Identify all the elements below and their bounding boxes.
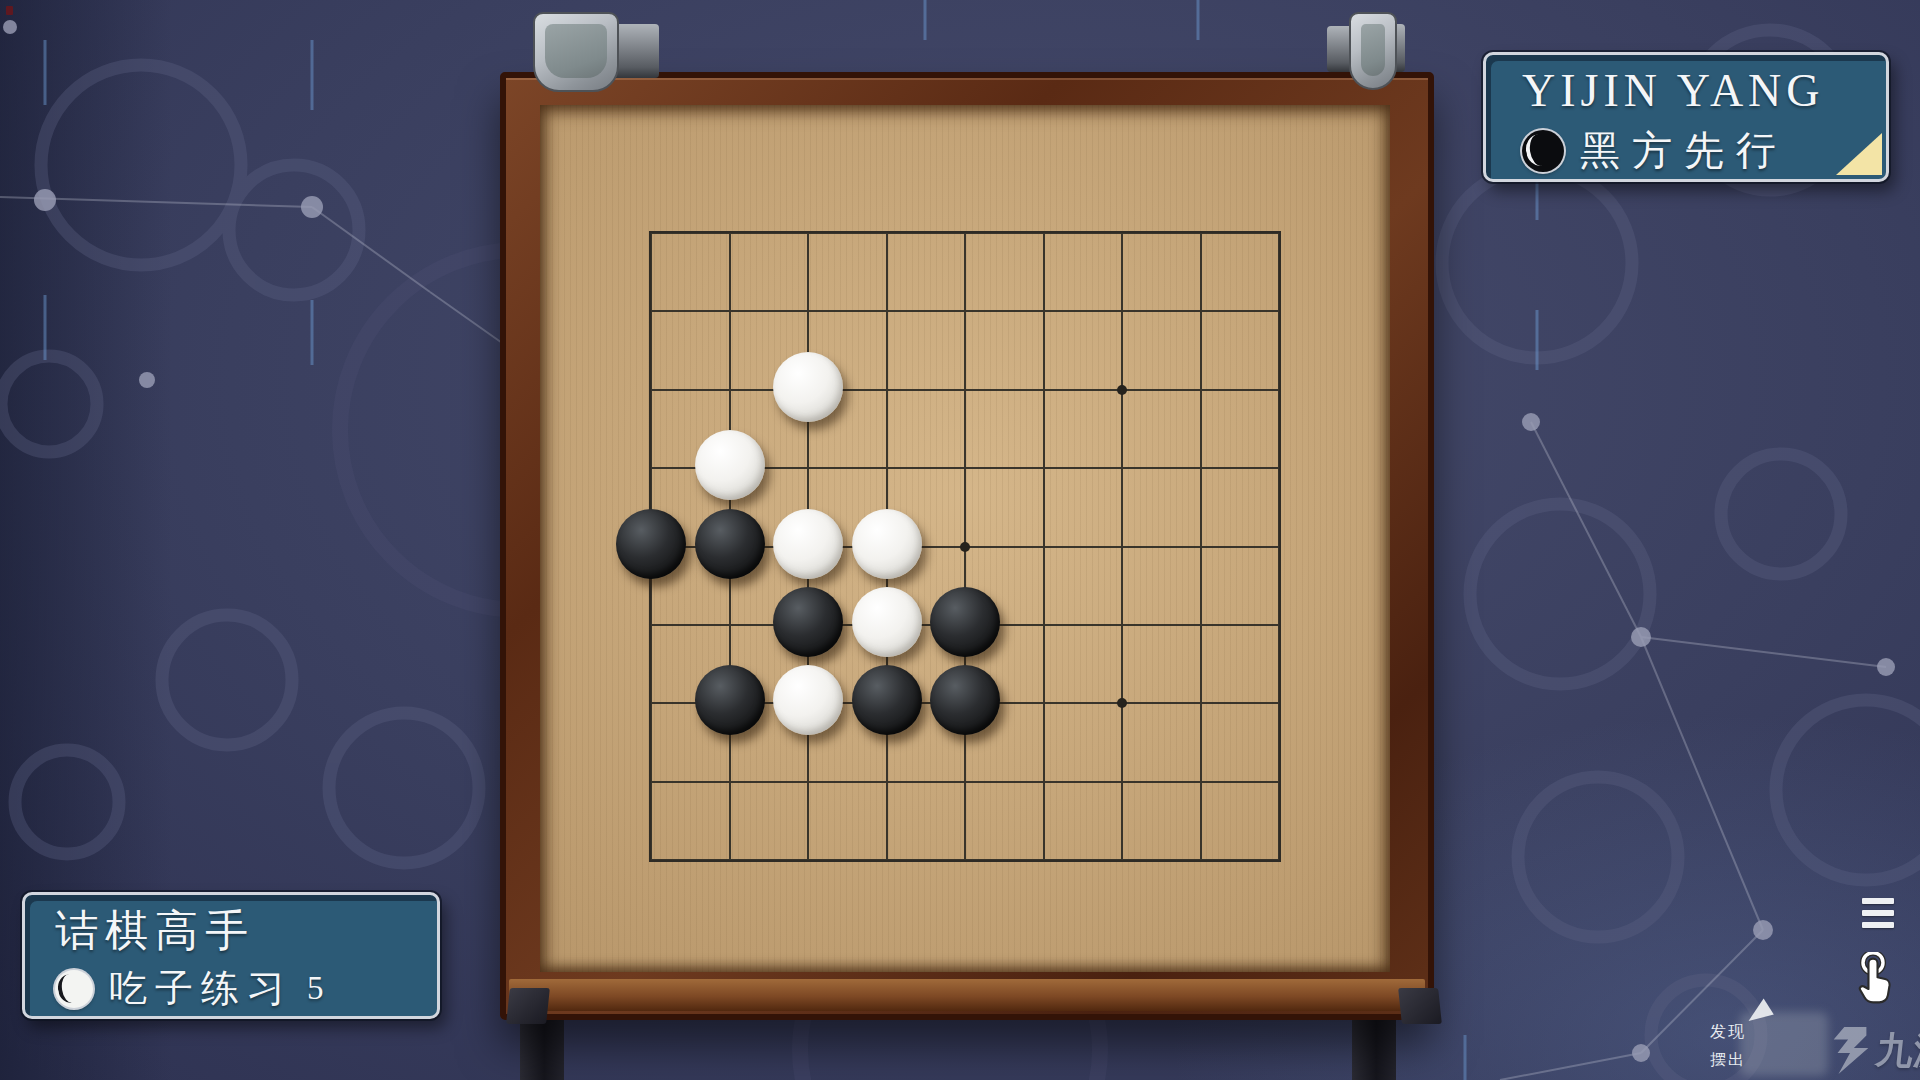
clamp-pad: [1361, 24, 1385, 76]
board-cell: [965, 311, 1044, 389]
board-cell: [1201, 233, 1280, 311]
white-stone: [852, 587, 922, 657]
board-cell: [1044, 390, 1123, 468]
menu-bar: [1862, 922, 1894, 928]
board-cell: [887, 390, 966, 468]
white-stone: [695, 430, 765, 500]
turn-indicator-label: 黑方先行: [1580, 123, 1788, 178]
board-cell: [730, 782, 809, 860]
black-stone: [773, 587, 843, 657]
corner-dot: [6, 6, 13, 15]
board-surface: [540, 105, 1390, 972]
board-cell: [1201, 703, 1280, 781]
clamp-right-icon: [1327, 8, 1405, 90]
white-stone: [773, 509, 843, 579]
clamp-left-icon: [533, 6, 661, 92]
board-cell: [1122, 233, 1201, 311]
board-cell: [887, 311, 966, 389]
board-cell: [1201, 311, 1280, 389]
board-cell: [1122, 547, 1201, 625]
hamburger-menu-icon[interactable]: [1862, 898, 1894, 928]
board-cell: [1122, 311, 1201, 389]
watermark-text: 九游: [1873, 1026, 1920, 1076]
clamp-side-piece: [613, 24, 659, 78]
board-cell: [1044, 547, 1123, 625]
board-cell: [651, 233, 730, 311]
puzzle-number: 5: [307, 970, 324, 1007]
board-cell: [1122, 625, 1201, 703]
menu-bar: [1862, 910, 1894, 916]
board-cell: [1122, 390, 1201, 468]
board-cell: [808, 782, 887, 860]
black-stone: [616, 509, 686, 579]
board-cell: [965, 468, 1044, 546]
clamp-pad: [545, 24, 607, 78]
board-grid[interactable]: [649, 231, 1281, 862]
app-window: YIJIN YANG 黑方先行 诘棋高手 吃子练习 5 发现 摆出 九游: [0, 0, 1920, 1080]
black-stone: [695, 665, 765, 735]
board-cell: [651, 782, 730, 860]
jiuyou-logo-icon: [1830, 1026, 1872, 1076]
leg-bracket-right: [1398, 988, 1442, 1024]
player-name: YIJIN YANG: [1522, 63, 1862, 119]
board-cell: [1044, 311, 1123, 389]
board-cell: [808, 233, 887, 311]
watermark: 九游: [1830, 1026, 1920, 1076]
star-point: [1117, 385, 1127, 395]
blurred-overlay: [1740, 1012, 1828, 1076]
board-cell: [965, 782, 1044, 860]
board-cell: [1201, 547, 1280, 625]
black-stone: [930, 665, 1000, 735]
corner-fold-icon: [1836, 133, 1882, 175]
player-panel[interactable]: YIJIN YANG 黑方先行: [1483, 52, 1889, 182]
board-cell: [1044, 468, 1123, 546]
board-cell: [1044, 703, 1123, 781]
board-cell: [965, 390, 1044, 468]
board-cell: [965, 233, 1044, 311]
white-stone: [773, 352, 843, 422]
board-cell: [1122, 468, 1201, 546]
board-cell: [1044, 625, 1123, 703]
hand-pointer-cursor: [1858, 952, 1904, 1008]
menu-bar: [1862, 898, 1894, 904]
board-cell: [887, 782, 966, 860]
board-cell: [651, 311, 730, 389]
black-stone: [852, 665, 922, 735]
black-stone-icon: [1522, 130, 1564, 172]
black-stone: [695, 509, 765, 579]
puzzle-panel: 诘棋高手 吃子练习 5: [22, 892, 440, 1019]
leg-bracket-left: [506, 988, 550, 1024]
black-stone: [930, 587, 1000, 657]
clamp-front: [533, 12, 619, 92]
board-cell: [1044, 782, 1123, 860]
board-cell: [730, 233, 809, 311]
go-board: [500, 72, 1434, 1020]
white-stone-icon: [55, 970, 93, 1008]
board-cell: [887, 233, 966, 311]
board-cell: [1201, 782, 1280, 860]
clamp-front: [1349, 12, 1397, 90]
board-cell: [1122, 782, 1201, 860]
puzzle-category-label: 吃子练习: [109, 963, 293, 1014]
star-point: [960, 542, 970, 552]
puzzle-title: 诘棋高手: [55, 903, 415, 959]
white-stone: [852, 509, 922, 579]
white-stone: [773, 665, 843, 735]
frame-bottom-ledge: [509, 979, 1425, 1011]
board-cell: [1122, 703, 1201, 781]
board-cell: [1044, 233, 1123, 311]
board-cell: [1201, 390, 1280, 468]
board-cell: [1201, 468, 1280, 546]
board-cell: [1201, 625, 1280, 703]
